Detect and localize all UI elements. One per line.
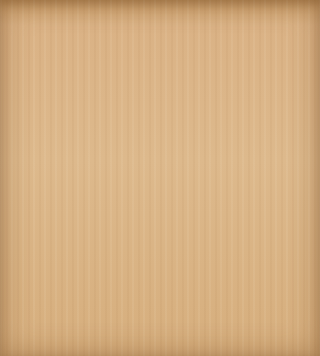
danger-arrows: [0, 0, 320, 356]
xiangqi-board[interactable]: [0, 0, 320, 356]
